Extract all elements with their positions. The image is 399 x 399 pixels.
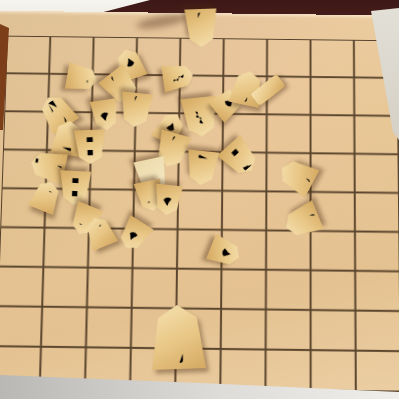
kanji-車-glyph [68, 172, 84, 189]
shogi-piece-gold-general[interactable] [119, 92, 153, 129]
piece-face [184, 8, 217, 47]
kanji-と-glyph [215, 243, 235, 262]
kanji-馬-glyph [169, 69, 187, 85]
piece-face [65, 62, 99, 94]
kanji-将-glyph [129, 93, 146, 110]
shogi-piece-promoted-bishop-cursive[interactable] [161, 62, 194, 93]
kanji-馬-glyph [190, 107, 209, 128]
shogi-piece-pawn[interactable] [65, 62, 99, 94]
piece-face [153, 184, 183, 217]
shogi-piece-jeweled-king[interactable] [150, 304, 206, 370]
shogi-piece-promoted-pawn[interactable] [153, 184, 183, 217]
shogi-photo [0, 0, 399, 399]
kanji-と-glyph [97, 106, 113, 124]
kanji-桂-glyph [193, 167, 210, 184]
kanji-将-glyph [192, 10, 209, 29]
kanji-兵-glyph [67, 68, 83, 84]
kanji-金-glyph [127, 109, 144, 126]
shogi-piece-lance[interactable] [74, 129, 106, 164]
kanji-玉-glyph [165, 306, 190, 338]
piece-face [150, 304, 206, 370]
kanji-車-glyph [82, 131, 98, 148]
kanji-王-glyph [193, 28, 210, 47]
piece-face [89, 98, 120, 131]
kanji-香-glyph [83, 147, 99, 164]
piece-face [161, 62, 194, 93]
piece-face [185, 149, 219, 186]
shogi-piece-king[interactable] [184, 8, 217, 47]
kanji-将-glyph [166, 337, 191, 369]
kanji-と-glyph [160, 191, 176, 208]
piece-face [74, 129, 106, 164]
piece-face [119, 92, 153, 129]
shogi-piece-knight[interactable] [185, 149, 219, 186]
kanji-歩-glyph [81, 71, 97, 87]
kanji-馬-glyph [194, 151, 211, 168]
kanji-と-glyph [124, 225, 144, 246]
shogi-piece-promoted-pawn[interactable] [89, 98, 120, 131]
